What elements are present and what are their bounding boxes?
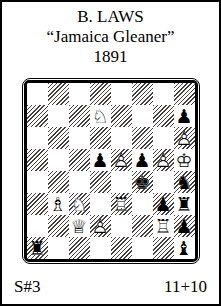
year: 1891: [2, 47, 219, 67]
white-pawn: ♙: [174, 127, 195, 149]
square-e7: [111, 105, 132, 127]
square-d7: ♞♘: [90, 105, 111, 127]
square-b3: ♝♗: [48, 193, 69, 215]
square-a4: [27, 171, 48, 193]
square-g7: [153, 105, 174, 127]
square-b4: [48, 171, 69, 193]
black-pawn: ♟: [90, 149, 111, 171]
square-d2: ♟♙: [90, 215, 111, 237]
square-h2: ♟♟: [174, 215, 195, 237]
square-f7: [132, 105, 153, 127]
white-pawn: ♙: [111, 149, 132, 171]
square-h6: ♟♙: [174, 127, 195, 149]
square-e3: ♜♖: [111, 193, 132, 215]
black-pawn: ♟: [174, 105, 195, 127]
square-f1: [132, 237, 153, 259]
chessboard-frame: ♞♘♟♟♟♙♟♟♟♙♟♟♟♙♚♔♚♚♞♞♝♗♞♘♜♖♟♟♜♜♛♕♟♙♜♖♟♟♜♜…: [22, 78, 200, 264]
square-c5: [69, 149, 90, 171]
square-b1: [48, 237, 69, 259]
square-a2: [27, 215, 48, 237]
square-b6: [48, 127, 69, 149]
square-h8: [174, 83, 195, 105]
black-pawn: ♟: [132, 149, 153, 171]
white-rook: ♖: [111, 193, 132, 215]
square-c3: ♞♘: [69, 193, 90, 215]
square-h7: ♟♟: [174, 105, 195, 127]
square-e8: [111, 83, 132, 105]
square-a1: ♜♜: [27, 237, 48, 259]
square-f8: [132, 83, 153, 105]
square-d3: [90, 193, 111, 215]
square-e4: [111, 171, 132, 193]
square-g5: ♟♙: [153, 149, 174, 171]
white-knight: ♘: [69, 193, 90, 215]
square-b2: [48, 215, 69, 237]
square-a6: [27, 127, 48, 149]
square-h1: ♝♝: [174, 237, 195, 259]
square-f2: [132, 215, 153, 237]
black-pawn: ♟: [174, 215, 195, 237]
square-h5: ♚♔: [174, 149, 195, 171]
square-d5: ♟♟: [90, 149, 111, 171]
square-f4: ♚♚: [132, 171, 153, 193]
white-queen: ♕: [69, 215, 90, 237]
white-pawn: ♙: [153, 149, 174, 171]
square-d4: [90, 171, 111, 193]
black-rook: ♜: [27, 237, 48, 259]
problem-header: B. LAWS “Jamaica Gleaner” 1891: [2, 2, 219, 67]
black-pawn: ♟: [153, 193, 174, 215]
square-c2: ♛♕: [69, 215, 90, 237]
black-bishop: ♝: [174, 237, 195, 259]
black-knight: ♞: [174, 171, 195, 193]
square-d8: [90, 83, 111, 105]
square-g2: ♜♖: [153, 215, 174, 237]
source-name: “Jamaica Gleaner”: [2, 27, 219, 47]
board-grid: ♞♘♟♟♟♙♟♟♟♙♟♟♟♙♚♔♚♚♞♞♝♗♞♘♜♖♟♟♜♜♛♕♟♙♜♖♟♟♜♜…: [27, 83, 195, 259]
square-f5: ♟♟: [132, 149, 153, 171]
problem-card: B. LAWS “Jamaica Gleaner” 1891 ♞♘♟♟♟♙♟♟♟…: [0, 0, 221, 306]
square-c1: [69, 237, 90, 259]
square-h3: ♜♜: [174, 193, 195, 215]
square-a5: [27, 149, 48, 171]
square-b7: [48, 105, 69, 127]
square-g6: [153, 127, 174, 149]
square-a8: [27, 83, 48, 105]
composer-name: B. LAWS: [2, 7, 219, 27]
square-f6: [132, 127, 153, 149]
square-c8: [69, 83, 90, 105]
square-e2: [111, 215, 132, 237]
square-e5: ♟♙: [111, 149, 132, 171]
square-d6: [90, 127, 111, 149]
square-c6: [69, 127, 90, 149]
black-king: ♚: [132, 171, 153, 193]
square-g3: ♟♟: [153, 193, 174, 215]
white-knight: ♘: [90, 105, 111, 127]
square-c7: [69, 105, 90, 127]
chessboard-inner-frame: ♞♘♟♟♟♙♟♟♟♙♟♟♟♙♚♔♚♚♞♞♝♗♞♘♜♖♟♟♜♜♛♕♟♙♜♖♟♟♜♜…: [24, 80, 198, 262]
square-g1: [153, 237, 174, 259]
stipulation-label: S#3: [14, 277, 40, 297]
white-pawn: ♙: [90, 215, 111, 237]
square-e6: [111, 127, 132, 149]
square-e1: [111, 237, 132, 259]
black-rook: ♜: [174, 193, 195, 215]
piece-count-label: 11+10: [164, 277, 207, 297]
square-a7: [27, 105, 48, 127]
square-f3: [132, 193, 153, 215]
square-g8: [153, 83, 174, 105]
white-bishop: ♗: [48, 193, 69, 215]
square-g4: [153, 171, 174, 193]
square-b8: [48, 83, 69, 105]
white-rook: ♖: [153, 215, 174, 237]
problem-footer: S#3 11+10: [2, 277, 219, 297]
square-d1: [90, 237, 111, 259]
square-b5: [48, 149, 69, 171]
square-h4: ♞♞: [174, 171, 195, 193]
square-a3: [27, 193, 48, 215]
square-c4: [69, 171, 90, 193]
white-king: ♔: [174, 149, 195, 171]
